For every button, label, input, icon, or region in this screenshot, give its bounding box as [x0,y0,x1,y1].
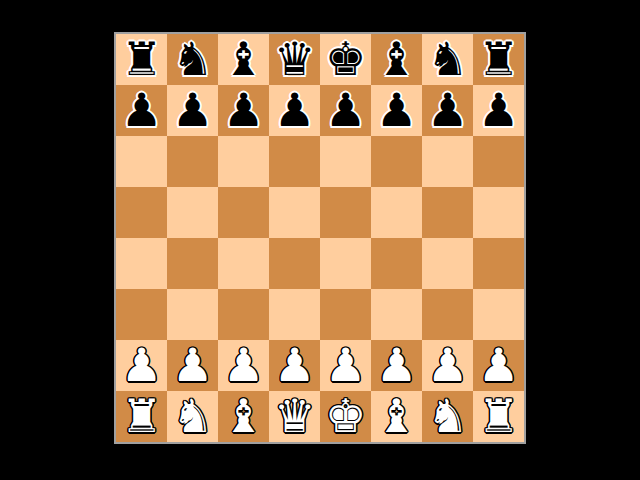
square-c5[interactable] [218,187,269,238]
square-f2[interactable]: ♟ [371,340,422,391]
piece-white-pawn[interactable]: ♟ [121,340,162,391]
piece-white-bishop[interactable]: ♝ [223,391,264,442]
square-f8[interactable]: ♝ [371,34,422,85]
square-f3[interactable] [371,289,422,340]
square-c8[interactable]: ♝ [218,34,269,85]
piece-white-bishop[interactable]: ♝ [376,391,417,442]
square-g3[interactable] [422,289,473,340]
square-h2[interactable]: ♟ [473,340,524,391]
square-b2[interactable]: ♟ [167,340,218,391]
square-a1[interactable]: ♜ [116,391,167,442]
square-c1[interactable]: ♝ [218,391,269,442]
piece-white-queen[interactable]: ♛ [274,391,315,442]
piece-black-bishop[interactable]: ♝ [223,34,264,85]
square-e3[interactable] [320,289,371,340]
square-d2[interactable]: ♟ [269,340,320,391]
square-c4[interactable] [218,238,269,289]
piece-black-knight[interactable]: ♞ [427,34,468,85]
square-f6[interactable] [371,136,422,187]
square-b7[interactable]: ♟ [167,85,218,136]
square-d4[interactable] [269,238,320,289]
square-g6[interactable] [422,136,473,187]
piece-black-pawn[interactable]: ♟ [172,85,213,136]
square-h6[interactable] [473,136,524,187]
piece-black-pawn[interactable]: ♟ [223,85,264,136]
square-d1[interactable]: ♛ [269,391,320,442]
square-f7[interactable]: ♟ [371,85,422,136]
piece-black-rook[interactable]: ♜ [121,34,162,85]
square-a4[interactable] [116,238,167,289]
piece-black-pawn[interactable]: ♟ [274,85,315,136]
piece-white-pawn[interactable]: ♟ [427,340,468,391]
piece-white-pawn[interactable]: ♟ [376,340,417,391]
piece-black-pawn[interactable]: ♟ [121,85,162,136]
square-f4[interactable] [371,238,422,289]
piece-white-rook[interactable]: ♜ [478,391,519,442]
piece-black-bishop[interactable]: ♝ [376,34,417,85]
piece-black-pawn[interactable]: ♟ [427,85,468,136]
piece-white-pawn[interactable]: ♟ [325,340,366,391]
square-b1[interactable]: ♞ [167,391,218,442]
square-f1[interactable]: ♝ [371,391,422,442]
square-h7[interactable]: ♟ [473,85,524,136]
square-e6[interactable] [320,136,371,187]
square-d7[interactable]: ♟ [269,85,320,136]
piece-white-king[interactable]: ♚ [325,391,366,442]
square-e4[interactable] [320,238,371,289]
piece-black-queen[interactable]: ♛ [274,34,315,85]
square-e5[interactable] [320,187,371,238]
square-d3[interactable] [269,289,320,340]
square-h5[interactable] [473,187,524,238]
piece-white-pawn[interactable]: ♟ [274,340,315,391]
square-a3[interactable] [116,289,167,340]
square-c2[interactable]: ♟ [218,340,269,391]
square-g8[interactable]: ♞ [422,34,473,85]
piece-black-pawn[interactable]: ♟ [478,85,519,136]
square-b6[interactable] [167,136,218,187]
piece-white-pawn[interactable]: ♟ [478,340,519,391]
square-b3[interactable] [167,289,218,340]
square-e1[interactable]: ♚ [320,391,371,442]
square-f5[interactable] [371,187,422,238]
piece-white-pawn[interactable]: ♟ [172,340,213,391]
square-h4[interactable] [473,238,524,289]
square-h1[interactable]: ♜ [473,391,524,442]
square-g7[interactable]: ♟ [422,85,473,136]
piece-black-king[interactable]: ♚ [325,34,366,85]
square-g4[interactable] [422,238,473,289]
square-b4[interactable] [167,238,218,289]
square-e7[interactable]: ♟ [320,85,371,136]
app-background: ♜♞♝♛♚♝♞♜♟♟♟♟♟♟♟♟♟♟♟♟♟♟♟♟♜♞♝♛♚♝♞♜ [0,0,640,480]
square-d5[interactable] [269,187,320,238]
square-b5[interactable] [167,187,218,238]
square-a6[interactable] [116,136,167,187]
piece-white-knight[interactable]: ♞ [427,391,468,442]
piece-white-rook[interactable]: ♜ [121,391,162,442]
square-d6[interactable] [269,136,320,187]
square-e2[interactable]: ♟ [320,340,371,391]
square-c3[interactable] [218,289,269,340]
square-g5[interactable] [422,187,473,238]
square-b8[interactable]: ♞ [167,34,218,85]
piece-black-rook[interactable]: ♜ [478,34,519,85]
chess-board: ♜♞♝♛♚♝♞♜♟♟♟♟♟♟♟♟♟♟♟♟♟♟♟♟♜♞♝♛♚♝♞♜ [114,32,526,444]
square-a7[interactable]: ♟ [116,85,167,136]
square-a2[interactable]: ♟ [116,340,167,391]
piece-white-knight[interactable]: ♞ [172,391,213,442]
square-h8[interactable]: ♜ [473,34,524,85]
piece-black-pawn[interactable]: ♟ [376,85,417,136]
square-g1[interactable]: ♞ [422,391,473,442]
piece-white-pawn[interactable]: ♟ [223,340,264,391]
square-g2[interactable]: ♟ [422,340,473,391]
square-a5[interactable] [116,187,167,238]
square-d8[interactable]: ♛ [269,34,320,85]
piece-black-knight[interactable]: ♞ [172,34,213,85]
square-e8[interactable]: ♚ [320,34,371,85]
square-c7[interactable]: ♟ [218,85,269,136]
square-a8[interactable]: ♜ [116,34,167,85]
piece-black-pawn[interactable]: ♟ [325,85,366,136]
square-h3[interactable] [473,289,524,340]
square-c6[interactable] [218,136,269,187]
